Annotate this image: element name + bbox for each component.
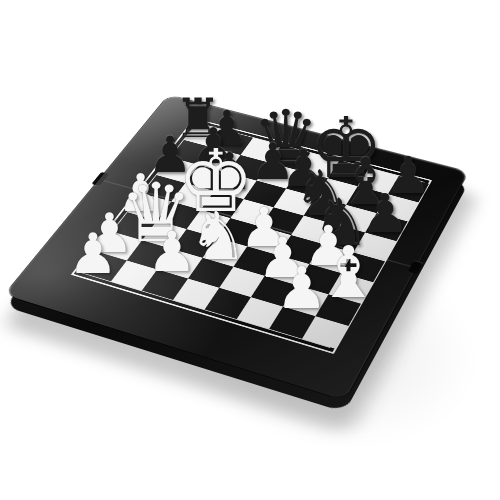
chess-board [81, 123, 424, 347]
board-outer-border-line [71, 118, 432, 354]
hinge [91, 172, 109, 186]
product-photo: ♜♟♛♚♟♟♟♟♝♟♟♞♟♞♚♟♟♟♛♞♟♝♟♟♟♟ [0, 0, 500, 500]
board-inner-border-line [79, 122, 424, 348]
